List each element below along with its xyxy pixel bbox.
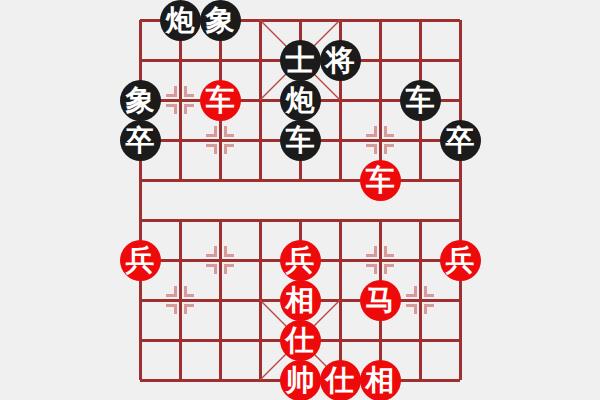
piece-red-兵[interactable]: 兵 [440,240,481,281]
piece-black-象[interactable]: 象 [120,80,161,121]
xiangqi-board: 炮象士将象车炮车卒车卒车兵兵兵相马仕帅仕相 [0,0,600,400]
piece-black-卒[interactable]: 卒 [120,120,161,161]
piece-black-将[interactable]: 将 [320,40,361,81]
piece-black-车[interactable]: 车 [400,80,441,121]
piece-red-兵[interactable]: 兵 [280,240,321,281]
piece-red-车[interactable]: 车 [360,160,401,201]
piece-red-马[interactable]: 马 [360,280,401,321]
piece-black-士[interactable]: 士 [280,40,321,81]
piece-black-车[interactable]: 车 [280,120,321,161]
piece-red-兵[interactable]: 兵 [120,240,161,281]
piece-black-炮[interactable]: 炮 [160,0,201,41]
pieces-layer: 炮象士将象车炮车卒车卒车兵兵兵相马仕帅仕相 [120,0,480,400]
piece-black-卒[interactable]: 卒 [440,120,481,161]
piece-black-象[interactable]: 象 [200,0,241,41]
piece-red-车[interactable]: 车 [200,80,241,121]
piece-red-相[interactable]: 相 [280,280,321,321]
piece-red-仕[interactable]: 仕 [280,320,321,361]
piece-red-仕[interactable]: 仕 [320,360,361,400]
piece-red-相[interactable]: 相 [360,360,401,400]
piece-red-帅[interactable]: 帅 [280,360,321,400]
piece-black-炮[interactable]: 炮 [280,80,321,121]
